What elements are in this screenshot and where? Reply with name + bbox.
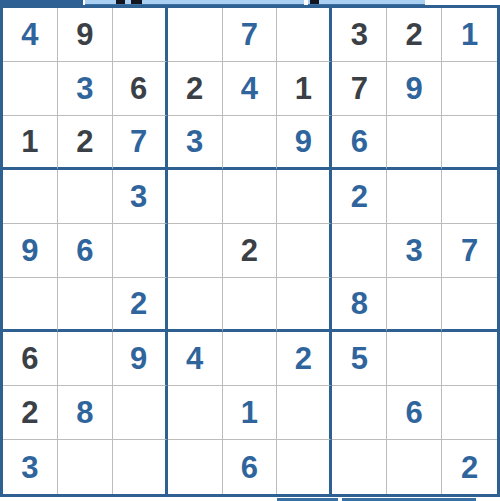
- sudoku-board: 4973213624179127396329623728694252816362: [0, 5, 500, 497]
- cell-r9c2[interactable]: [58, 440, 113, 494]
- cell-r3c6[interactable]: 9: [277, 116, 332, 170]
- cell-r3c5[interactable]: [223, 116, 278, 170]
- cell-r9c1[interactable]: 3: [3, 440, 58, 494]
- cell-r2c4[interactable]: 2: [168, 62, 223, 116]
- cell-r6c2[interactable]: [58, 278, 113, 332]
- cell-r4c2[interactable]: [58, 170, 113, 224]
- cell-r4c5[interactable]: [223, 170, 278, 224]
- cell-r1c4[interactable]: [168, 8, 223, 62]
- cutoff-glyph-icon: [310, 0, 319, 4]
- cell-r7c8[interactable]: [387, 332, 442, 386]
- cell-r3c3[interactable]: 7: [113, 116, 168, 170]
- cell-r1c2[interactable]: 9: [58, 8, 113, 62]
- cell-r5c2[interactable]: 6: [58, 224, 113, 278]
- cell-r1c5[interactable]: 7: [223, 8, 278, 62]
- cell-r8c4[interactable]: [168, 386, 223, 440]
- cell-r2c7[interactable]: 7: [332, 62, 387, 116]
- cutoff-glyph-icon: [131, 0, 142, 4]
- cell-r9c5[interactable]: 6: [223, 440, 278, 494]
- cell-r3c8[interactable]: [387, 116, 442, 170]
- cell-r9c6[interactable]: [277, 440, 332, 494]
- cell-r7c5[interactable]: [223, 332, 278, 386]
- cell-r4c3[interactable]: 3: [113, 170, 168, 224]
- cell-r2c1[interactable]: [3, 62, 58, 116]
- cell-r4c7[interactable]: 2: [332, 170, 387, 224]
- cell-r1c7[interactable]: 3: [332, 8, 387, 62]
- cell-r9c3[interactable]: [113, 440, 168, 494]
- cell-r5c5[interactable]: 2: [223, 224, 278, 278]
- cell-r2c2[interactable]: 3: [58, 62, 113, 116]
- cell-r1c9[interactable]: 1: [442, 8, 497, 62]
- cell-r2c3[interactable]: 6: [113, 62, 168, 116]
- cell-r7c9[interactable]: [442, 332, 497, 386]
- cell-r3c9[interactable]: [442, 116, 497, 170]
- cell-r7c6[interactable]: 2: [277, 332, 332, 386]
- cell-r2c9[interactable]: [442, 62, 497, 116]
- cell-r6c9[interactable]: [442, 278, 497, 332]
- cell-r8c1[interactable]: 2: [3, 386, 58, 440]
- cell-r6c5[interactable]: [223, 278, 278, 332]
- cell-r2c5[interactable]: 4: [223, 62, 278, 116]
- cell-r9c7[interactable]: [332, 440, 387, 494]
- cell-r5c6[interactable]: [277, 224, 332, 278]
- cell-r5c4[interactable]: [168, 224, 223, 278]
- cell-r5c7[interactable]: [332, 224, 387, 278]
- cell-r3c4[interactable]: 3: [168, 116, 223, 170]
- cell-r2c8[interactable]: 9: [387, 62, 442, 116]
- cell-r6c1[interactable]: [3, 278, 58, 332]
- cutoff-glyph-icon: [116, 0, 125, 4]
- cell-r3c2[interactable]: 2: [58, 116, 113, 170]
- cell-r8c6[interactable]: [277, 386, 332, 440]
- cell-r9c9[interactable]: 2: [442, 440, 497, 494]
- cell-r7c7[interactable]: 5: [332, 332, 387, 386]
- cell-r7c4[interactable]: 4: [168, 332, 223, 386]
- cell-r4c4[interactable]: [168, 170, 223, 224]
- cell-r2c6[interactable]: 1: [277, 62, 332, 116]
- cell-r8c2[interactable]: 8: [58, 386, 113, 440]
- cell-r6c3[interactable]: 2: [113, 278, 168, 332]
- cell-r5c9[interactable]: 7: [442, 224, 497, 278]
- cell-r8c9[interactable]: [442, 386, 497, 440]
- cell-r1c3[interactable]: [113, 8, 168, 62]
- cell-r3c7[interactable]: 6: [332, 116, 387, 170]
- cell-r9c8[interactable]: [387, 440, 442, 494]
- cell-r4c1[interactable]: [3, 170, 58, 224]
- cell-r6c4[interactable]: [168, 278, 223, 332]
- cell-r1c6[interactable]: [277, 8, 332, 62]
- cell-r8c5[interactable]: 1: [223, 386, 278, 440]
- bottom-chrome-strip: [0, 497, 500, 501]
- cell-r6c7[interactable]: 8: [332, 278, 387, 332]
- cell-r8c8[interactable]: 6: [387, 386, 442, 440]
- cell-r5c3[interactable]: [113, 224, 168, 278]
- cell-r3c1[interactable]: 1: [3, 116, 58, 170]
- cell-r1c8[interactable]: 2: [387, 8, 442, 62]
- cell-r9c4[interactable]: [168, 440, 223, 494]
- cell-r6c8[interactable]: [387, 278, 442, 332]
- cell-r5c1[interactable]: 9: [3, 224, 58, 278]
- cell-r4c9[interactable]: [442, 170, 497, 224]
- cell-r4c8[interactable]: [387, 170, 442, 224]
- cell-r8c3[interactable]: [113, 386, 168, 440]
- cell-r7c1[interactable]: 6: [3, 332, 58, 386]
- cell-r8c7[interactable]: [332, 386, 387, 440]
- cell-r1c1[interactable]: 4: [3, 8, 58, 62]
- cell-r7c3[interactable]: 9: [113, 332, 168, 386]
- cell-r4c6[interactable]: [277, 170, 332, 224]
- cell-r5c8[interactable]: 3: [387, 224, 442, 278]
- cell-r6c6[interactable]: [277, 278, 332, 332]
- cell-r7c2[interactable]: [58, 332, 113, 386]
